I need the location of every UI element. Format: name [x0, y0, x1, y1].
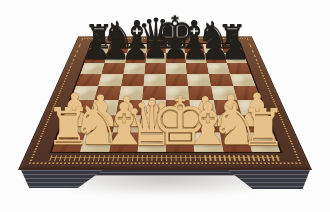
piece-black-pawn-h7[interactable]: ♟ [220, 31, 250, 65]
piece-white-rook-h1[interactable]: ♜ [240, 102, 286, 153]
chess-set-photo: ♜♞♝♛♚♝♞♜♟♟♟♟♟♟♟♟♟♟♟♟♟♟♟♟♜♞♝♛♚♝♞♜ [0, 0, 330, 212]
pieces-layer: ♜♞♝♛♚♝♞♜♟♟♟♟♟♟♟♟♟♟♟♟♟♟♟♟♜♞♝♛♚♝♞♜ [0, 0, 330, 212]
